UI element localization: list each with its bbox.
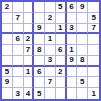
- cell-r7c4[interactable]: 6: [34, 67, 45, 78]
- cell-r9c3[interactable]: 4: [24, 88, 35, 99]
- cell-r1c6[interactable]: 5: [56, 2, 67, 13]
- sudoku-board: 25697259137621786139851629753451: [0, 0, 101, 101]
- cell-r6c9[interactable]: [88, 56, 99, 67]
- cell-r1c9[interactable]: [88, 2, 99, 13]
- cell-r2c3[interactable]: [24, 13, 35, 24]
- cell-r4c5[interactable]: 1: [45, 34, 56, 45]
- cell-r3c9[interactable]: 7: [88, 24, 99, 35]
- cell-r8c3[interactable]: [24, 77, 35, 88]
- cell-r9c7[interactable]: [67, 88, 78, 99]
- cell-r3c3[interactable]: [24, 24, 35, 35]
- cell-r7c6[interactable]: 2: [56, 67, 67, 78]
- cell-r2c4[interactable]: [34, 13, 45, 24]
- cell-r7c2[interactable]: [13, 67, 24, 78]
- cell-r3c1[interactable]: [2, 24, 13, 35]
- cell-r5c1[interactable]: [2, 45, 13, 56]
- cell-r9c5[interactable]: [45, 88, 56, 99]
- cell-r9c1[interactable]: [2, 88, 13, 99]
- cell-r7c8[interactable]: [77, 67, 88, 78]
- cell-r2c2[interactable]: 7: [13, 13, 24, 24]
- cell-r8c8[interactable]: 5: [77, 77, 88, 88]
- cell-r9c4[interactable]: 5: [34, 88, 45, 99]
- cell-r4c1[interactable]: [2, 34, 13, 45]
- cell-r6c1[interactable]: [2, 56, 13, 67]
- cell-r8c7[interactable]: [67, 77, 78, 88]
- cell-r5c4[interactable]: 8: [34, 45, 45, 56]
- cell-r2c8[interactable]: [77, 13, 88, 24]
- cell-r4c2[interactable]: 6: [13, 34, 24, 45]
- cell-r3c6[interactable]: 1: [56, 24, 67, 35]
- cell-r8c2[interactable]: [13, 77, 24, 88]
- cell-r3c7[interactable]: 3: [67, 24, 78, 35]
- cell-r4c4[interactable]: [34, 34, 45, 45]
- cell-r3c5[interactable]: [45, 24, 56, 35]
- cell-r2c9[interactable]: 5: [88, 13, 99, 24]
- cell-r6c2[interactable]: [13, 56, 24, 67]
- cell-r8c9[interactable]: [88, 77, 99, 88]
- cell-r9c8[interactable]: [77, 88, 88, 99]
- cell-r9c2[interactable]: 3: [13, 88, 24, 99]
- cell-r5c7[interactable]: 1: [67, 45, 78, 56]
- cell-r1c7[interactable]: 6: [67, 2, 78, 13]
- cell-r6c6[interactable]: [56, 56, 67, 67]
- cell-r2c5[interactable]: 2: [45, 13, 56, 24]
- cell-r3c8[interactable]: [77, 24, 88, 35]
- cell-r7c1[interactable]: 5: [2, 67, 13, 78]
- cell-r8c1[interactable]: 9: [2, 77, 13, 88]
- cell-r6c5[interactable]: 3: [45, 56, 56, 67]
- cell-r5c6[interactable]: 6: [56, 45, 67, 56]
- cell-r5c5[interactable]: [45, 45, 56, 56]
- cell-r4c7[interactable]: [67, 34, 78, 45]
- cell-r1c2[interactable]: [13, 2, 24, 13]
- cell-r4c8[interactable]: [77, 34, 88, 45]
- cell-r6c3[interactable]: [24, 56, 35, 67]
- cell-r7c9[interactable]: [88, 67, 99, 78]
- cell-r1c1[interactable]: 2: [2, 2, 13, 13]
- cell-r4c9[interactable]: [88, 34, 99, 45]
- cell-r5c9[interactable]: [88, 45, 99, 56]
- cell-r4c6[interactable]: [56, 34, 67, 45]
- cell-r6c7[interactable]: 9: [67, 56, 78, 67]
- cell-r1c3[interactable]: [24, 2, 35, 13]
- cell-r5c2[interactable]: [13, 45, 24, 56]
- cell-r7c7[interactable]: [67, 67, 78, 78]
- cell-r2c7[interactable]: [67, 13, 78, 24]
- cell-r7c5[interactable]: [45, 67, 56, 78]
- cell-r5c8[interactable]: [77, 45, 88, 56]
- cell-r8c5[interactable]: 7: [45, 77, 56, 88]
- cell-r9c9[interactable]: 1: [88, 88, 99, 99]
- cell-r9c6[interactable]: [56, 88, 67, 99]
- cell-r2c1[interactable]: [2, 13, 13, 24]
- cell-r1c8[interactable]: 9: [77, 2, 88, 13]
- cell-r4c3[interactable]: 2: [24, 34, 35, 45]
- cell-r8c4[interactable]: [34, 77, 45, 88]
- cell-r6c8[interactable]: 8: [77, 56, 88, 67]
- cell-r5c3[interactable]: 7: [24, 45, 35, 56]
- cell-r8c6[interactable]: [56, 77, 67, 88]
- cell-r1c4[interactable]: [34, 2, 45, 13]
- cell-r3c2[interactable]: [13, 24, 24, 35]
- cell-r6c4[interactable]: [34, 56, 45, 67]
- cell-r7c3[interactable]: 1: [24, 67, 35, 78]
- cell-r2c6[interactable]: [56, 13, 67, 24]
- cell-r3c4[interactable]: 9: [34, 24, 45, 35]
- cell-r1c5[interactable]: [45, 2, 56, 13]
